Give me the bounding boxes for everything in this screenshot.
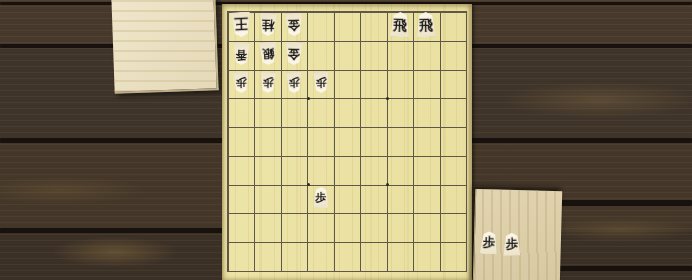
plank-seam (558, 200, 692, 206)
star-point (307, 183, 310, 186)
hand-piece-pawn[interactable]: 歩 (503, 233, 521, 256)
plank-seam (0, 228, 225, 233)
sente-komadai[interactable]: 歩歩 (473, 189, 562, 280)
shogi-board[interactable]: 王桂金飛飛香銀金歩歩歩歩歩 (222, 4, 472, 280)
star-point (386, 97, 389, 100)
star-point (307, 97, 310, 100)
shogi-photo-scene: 王桂金飛飛香銀金歩歩歩歩歩 歩歩 (0, 0, 692, 280)
plank-seam (558, 266, 692, 271)
gote-komadai-empty[interactable] (111, 0, 218, 94)
hand-piece-pawn[interactable]: 歩 (479, 231, 498, 255)
